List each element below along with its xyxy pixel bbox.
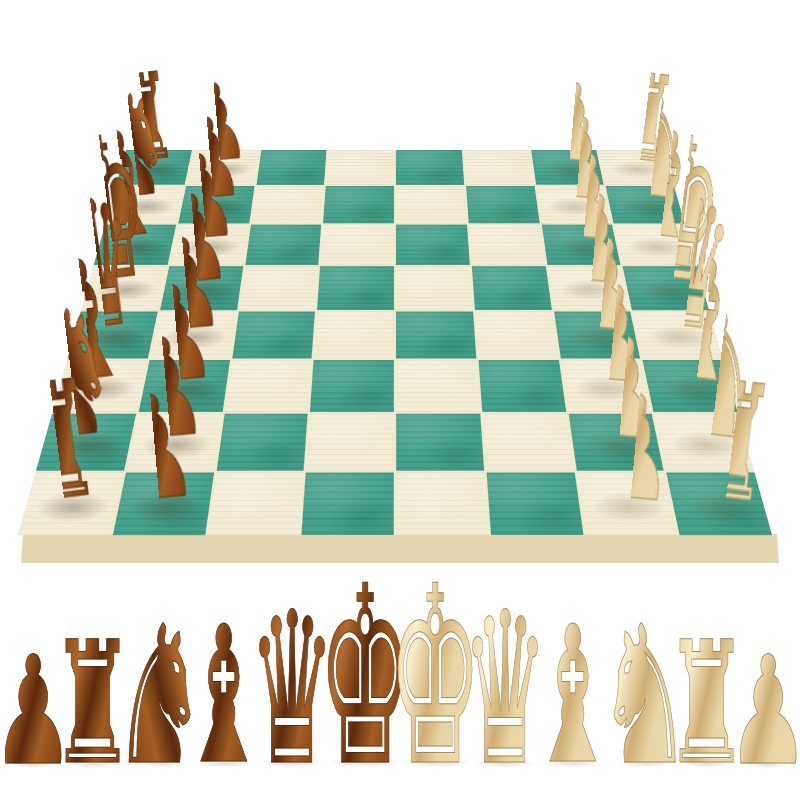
board-square [245, 224, 321, 264]
board-square [306, 414, 394, 471]
board-square [302, 473, 394, 536]
board-square [320, 224, 394, 264]
piece-lineup: ♟♜♞♝♛♚♚♛♝♞♜♟ [0, 570, 800, 800]
board-square: ♟ [576, 473, 677, 536]
board-square [463, 150, 534, 185]
board-square [472, 266, 552, 310]
chess-set-photo: ♜♟♟♜♞♟♟♞♝♟♟♝♚♟♟♚♛♟♟♛♝♟♟♝♞♟♟♞♜♟♟♜ ♟♜♞♝♛♚♚… [0, 0, 800, 800]
board-square [396, 360, 480, 412]
pawn-glyph: ♟ [110, 375, 201, 523]
piece-brown-pawn: ♟ [149, 379, 161, 520]
board-square [256, 150, 327, 185]
piece-cream-rook: ♜ [723, 362, 743, 521]
piece-brown-rook: ♜ [48, 362, 68, 521]
board-square [396, 414, 484, 471]
board-square [486, 473, 583, 536]
board-square [396, 473, 488, 536]
board-square [314, 311, 394, 359]
board-square [396, 224, 470, 264]
board-square: ♜ [667, 473, 772, 536]
board-square [224, 360, 311, 412]
board-square [317, 266, 394, 310]
board-square [482, 414, 574, 471]
board-square [475, 311, 558, 359]
board-square [251, 186, 324, 223]
board-square [469, 224, 545, 264]
pawn-glyph: ♟ [726, 636, 800, 786]
board-square [466, 186, 539, 223]
board-square [310, 360, 394, 412]
board-square [478, 360, 565, 412]
board-square [396, 150, 464, 185]
board-square [326, 150, 394, 185]
board-square [396, 186, 467, 223]
piece-cream-pawn: ♟ [629, 379, 641, 520]
board-square [207, 473, 304, 536]
board-square: ♜ [18, 473, 123, 536]
board-square [232, 311, 315, 359]
board-square: ♟ [112, 473, 213, 536]
board-square [396, 311, 476, 359]
chessboard: ♜♟♟♜♞♟♟♞♝♟♟♝♚♟♟♚♛♟♟♛♝♟♟♝♞♟♟♞♜♟♟♜ [18, 150, 772, 535]
board-square [216, 414, 308, 471]
board-square [239, 266, 319, 310]
pawn-glyph: ♟ [590, 375, 681, 523]
board-square [396, 266, 473, 310]
board-square [323, 186, 394, 223]
